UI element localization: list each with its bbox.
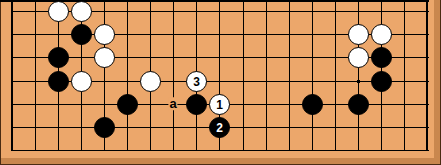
- stone-white: [348, 24, 369, 45]
- stone-white: [94, 24, 115, 45]
- grid-line-vertical: [312, 0, 313, 151]
- stone-white-move-1: 1: [209, 94, 230, 115]
- stone-black: [371, 71, 392, 92]
- move-number-label: 3: [193, 76, 200, 88]
- stone-black-move-2: 2: [209, 117, 230, 138]
- grid-line-vertical: [35, 0, 36, 151]
- move-number-label: 1: [216, 99, 223, 111]
- grid-line-vertical: [289, 0, 290, 151]
- stone-white: [371, 24, 392, 45]
- point-label-a: a: [168, 97, 177, 110]
- go-board-diagram: 3a12: [0, 0, 441, 165]
- stone-black: [186, 94, 207, 115]
- stone-white: [71, 1, 92, 22]
- stone-black: [48, 71, 69, 92]
- grid-line-vertical: [127, 0, 128, 151]
- grid-line-vertical: [243, 0, 244, 151]
- stone-white: [71, 71, 92, 92]
- move-number-label: 2: [216, 122, 223, 134]
- hoshi-star-point: [357, 80, 360, 83]
- stone-black: [302, 94, 323, 115]
- bevel-shadow-bottom: [1, 158, 440, 164]
- bevel-shadow-right: [434, 0, 440, 158]
- stone-white: [140, 71, 161, 92]
- stone-white-move-3: 3: [186, 71, 207, 92]
- image-border-left: [0, 0, 1, 165]
- grid-line-vertical: [358, 0, 359, 151]
- grid-line-vertical: [11, 0, 13, 151]
- stone-white: [348, 47, 369, 68]
- image-border-bottom: [0, 164, 441, 165]
- grid-line-horizontal: [11, 150, 429, 151]
- stone-white: [94, 47, 115, 68]
- grid-line-vertical: [173, 0, 174, 151]
- stone-white: [48, 1, 69, 22]
- stone-black: [117, 94, 138, 115]
- grid-line-top-edge: [0, 0, 429, 2]
- stone-black: [71, 24, 92, 45]
- grid-line-vertical: [266, 0, 267, 151]
- grid-line-vertical: [426, 0, 428, 151]
- grid-line-vertical: [335, 0, 336, 151]
- stone-black: [348, 94, 369, 115]
- grid-line-vertical: [404, 0, 405, 151]
- stone-black: [48, 47, 69, 68]
- stone-black: [94, 117, 115, 138]
- stone-black: [371, 47, 392, 68]
